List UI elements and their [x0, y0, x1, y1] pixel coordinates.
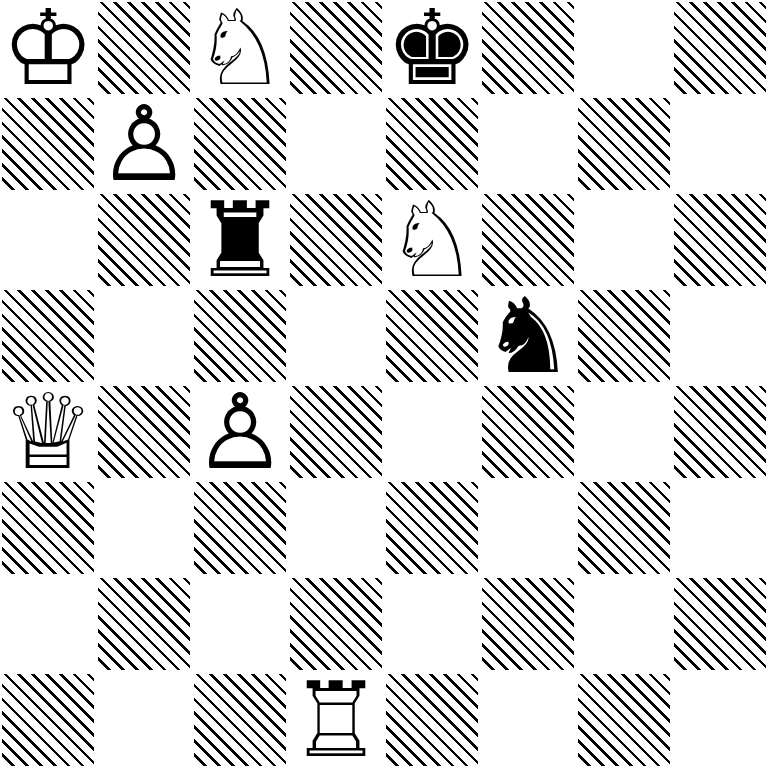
square-h1[interactable] [672, 672, 768, 768]
square-b4[interactable] [96, 384, 192, 480]
square-b1[interactable] [96, 672, 192, 768]
square-a5[interactable] [0, 288, 96, 384]
square-a7[interactable] [0, 96, 96, 192]
square-d5[interactable] [288, 288, 384, 384]
black-king-piece: ♚ [385, 0, 478, 96]
square-a4[interactable]: ♕ [0, 384, 96, 480]
square-b7[interactable]: ♙ [96, 96, 192, 192]
square-h2[interactable] [672, 576, 768, 672]
square-g6[interactable] [576, 192, 672, 288]
square-f4[interactable] [480, 384, 576, 480]
square-c4[interactable]: ♙ [192, 384, 288, 480]
square-f5[interactable]: ♞ [480, 288, 576, 384]
square-d3[interactable] [288, 480, 384, 576]
white-king-piece: ♔ [1, 0, 94, 96]
square-h7[interactable] [672, 96, 768, 192]
white-knight-piece: ♘ [193, 0, 286, 96]
square-f2[interactable] [480, 576, 576, 672]
square-c5[interactable] [192, 288, 288, 384]
square-b5[interactable] [96, 288, 192, 384]
square-e6[interactable]: ♘ [384, 192, 480, 288]
square-c7[interactable] [192, 96, 288, 192]
square-e7[interactable] [384, 96, 480, 192]
square-e8[interactable]: ♚ [384, 0, 480, 96]
square-g5[interactable] [576, 288, 672, 384]
white-rook-piece: ♖ [289, 672, 382, 768]
square-a2[interactable] [0, 576, 96, 672]
black-knight-piece: ♞ [481, 288, 574, 384]
square-b2[interactable] [96, 576, 192, 672]
square-a1[interactable] [0, 672, 96, 768]
square-f8[interactable] [480, 0, 576, 96]
square-a6[interactable] [0, 192, 96, 288]
black-rook-piece: ♜ [193, 192, 286, 288]
square-f3[interactable] [480, 480, 576, 576]
white-pawn-piece: ♙ [193, 384, 286, 480]
square-a3[interactable] [0, 480, 96, 576]
square-d2[interactable] [288, 576, 384, 672]
square-d4[interactable] [288, 384, 384, 480]
square-e3[interactable] [384, 480, 480, 576]
square-d6[interactable] [288, 192, 384, 288]
square-b8[interactable] [96, 0, 192, 96]
square-g8[interactable] [576, 0, 672, 96]
square-c3[interactable] [192, 480, 288, 576]
square-f1[interactable] [480, 672, 576, 768]
square-f6[interactable] [480, 192, 576, 288]
square-b6[interactable] [96, 192, 192, 288]
white-knight-piece: ♘ [385, 192, 478, 288]
square-e4[interactable] [384, 384, 480, 480]
square-g4[interactable] [576, 384, 672, 480]
square-h6[interactable] [672, 192, 768, 288]
square-g7[interactable] [576, 96, 672, 192]
chess-board: ♔♘♚♙♜♘♞♕♙♖ [0, 0, 768, 768]
square-c2[interactable] [192, 576, 288, 672]
square-c8[interactable]: ♘ [192, 0, 288, 96]
square-h8[interactable] [672, 0, 768, 96]
square-c1[interactable] [192, 672, 288, 768]
square-h4[interactable] [672, 384, 768, 480]
square-d1[interactable]: ♖ [288, 672, 384, 768]
square-f7[interactable] [480, 96, 576, 192]
square-e1[interactable] [384, 672, 480, 768]
square-e2[interactable] [384, 576, 480, 672]
square-h3[interactable] [672, 480, 768, 576]
square-d7[interactable] [288, 96, 384, 192]
white-queen-piece: ♕ [1, 384, 94, 480]
square-g1[interactable] [576, 672, 672, 768]
square-g2[interactable] [576, 576, 672, 672]
square-c6[interactable]: ♜ [192, 192, 288, 288]
square-b3[interactable] [96, 480, 192, 576]
square-e5[interactable] [384, 288, 480, 384]
square-a8[interactable]: ♔ [0, 0, 96, 96]
square-h5[interactable] [672, 288, 768, 384]
white-pawn-piece: ♙ [97, 96, 190, 192]
square-d8[interactable] [288, 0, 384, 96]
square-g3[interactable] [576, 480, 672, 576]
